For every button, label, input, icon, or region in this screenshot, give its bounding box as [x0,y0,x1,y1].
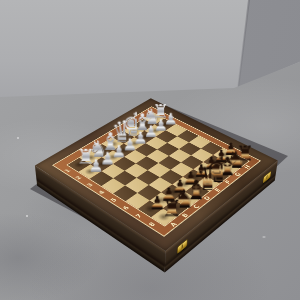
chess-board-box: ♜♞♝♛♚♝♞♜♟♟♟♟♟♟♟♟♟♟♟♟♟♟♟♟♜♞♝♛♚♝♞♜ ABCDEFG… [35,98,278,251]
board-top: ♜♞♝♛♚♝♞♜♟♟♟♟♟♟♟♟♟♟♟♟♟♟♟♟♜♞♝♛♚♝♞♜ ABCDEFG… [35,98,278,251]
perspective-container: ♜♞♝♛♚♝♞♜♟♟♟♟♟♟♟♟♟♟♟♟♟♟♟♟♜♞♝♛♚♝♞♜ ABCDEFG… [0,0,300,300]
photo-scene: ♜♞♝♛♚♝♞♜♟♟♟♟♟♟♟♟♟♟♟♟♟♟♟♟♜♞♝♛♚♝♞♜ ABCDEFG… [0,0,300,300]
brass-latch [177,239,188,255]
brass-latch [263,170,272,183]
